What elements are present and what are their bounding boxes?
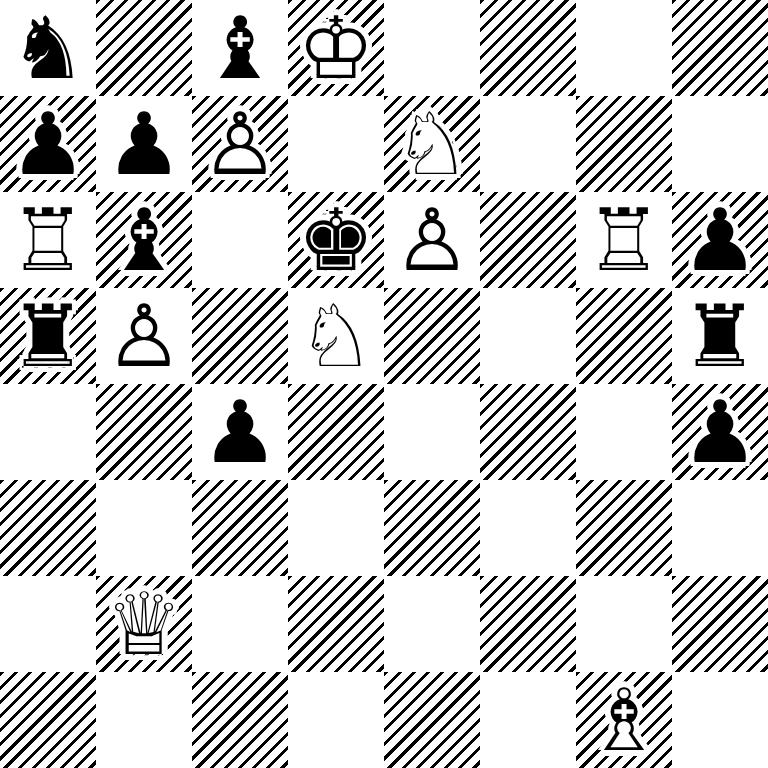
piece-glyph: ♚	[288, 192, 384, 288]
piece-glyph: ♖	[576, 192, 672, 288]
piece-glyph: ♜	[672, 288, 768, 384]
square-f7[interactable]	[480, 96, 576, 192]
square-h8[interactable]	[672, 0, 768, 96]
piece-glyph: ♜	[0, 288, 96, 384]
square-h6[interactable]: ♟♟	[672, 192, 768, 288]
square-c1[interactable]	[192, 672, 288, 768]
square-f1[interactable]	[480, 672, 576, 768]
square-e5[interactable]	[384, 288, 480, 384]
black-bishop-icon: ♝♝	[192, 0, 288, 96]
square-f2[interactable]	[480, 576, 576, 672]
piece-glyph: ♙	[384, 192, 480, 288]
square-e4[interactable]	[384, 384, 480, 480]
square-h2[interactable]	[672, 576, 768, 672]
square-g4[interactable]	[576, 384, 672, 480]
square-a6[interactable]: ♜♖	[0, 192, 96, 288]
white-pawn-icon: ♟♙	[192, 96, 288, 192]
piece-glyph: ♟	[672, 384, 768, 480]
square-f3[interactable]	[480, 480, 576, 576]
white-pawn-icon: ♟♙	[384, 192, 480, 288]
square-e2[interactable]	[384, 576, 480, 672]
square-h3[interactable]	[672, 480, 768, 576]
black-pawn-icon: ♟♟	[0, 96, 96, 192]
piece-glyph: ♟	[192, 384, 288, 480]
square-d2[interactable]	[288, 576, 384, 672]
square-a1[interactable]	[0, 672, 96, 768]
square-d4[interactable]	[288, 384, 384, 480]
piece-glyph: ♝	[96, 192, 192, 288]
square-b8[interactable]	[96, 0, 192, 96]
square-b6[interactable]: ♝♝	[96, 192, 192, 288]
square-c8[interactable]: ♝♝	[192, 0, 288, 96]
piece-glyph: ♟	[96, 96, 192, 192]
square-c6[interactable]	[192, 192, 288, 288]
square-g6[interactable]: ♜♖	[576, 192, 672, 288]
square-c3[interactable]	[192, 480, 288, 576]
black-pawn-icon: ♟♟	[192, 384, 288, 480]
square-f8[interactable]	[480, 0, 576, 96]
black-knight-icon: ♞♞	[0, 0, 96, 96]
black-rook-icon: ♜♜	[0, 288, 96, 384]
square-f5[interactable]	[480, 288, 576, 384]
square-b1[interactable]	[96, 672, 192, 768]
square-d7[interactable]	[288, 96, 384, 192]
square-a5[interactable]: ♜♜	[0, 288, 96, 384]
white-knight-icon: ♞♘	[288, 288, 384, 384]
white-king-icon: ♚♔	[288, 0, 384, 96]
square-d1[interactable]	[288, 672, 384, 768]
square-c5[interactable]	[192, 288, 288, 384]
black-bishop-icon: ♝♝	[96, 192, 192, 288]
square-g5[interactable]	[576, 288, 672, 384]
square-b2[interactable]: ♛♕	[96, 576, 192, 672]
square-f4[interactable]	[480, 384, 576, 480]
square-c4[interactable]: ♟♟	[192, 384, 288, 480]
square-d5[interactable]: ♞♘	[288, 288, 384, 384]
square-a2[interactable]	[0, 576, 96, 672]
square-c2[interactable]	[192, 576, 288, 672]
white-queen-icon: ♛♕	[96, 576, 192, 672]
square-h1[interactable]	[672, 672, 768, 768]
white-knight-icon: ♞♘	[384, 96, 480, 192]
square-e3[interactable]	[384, 480, 480, 576]
square-a8[interactable]: ♞♞	[0, 0, 96, 96]
black-pawn-icon: ♟♟	[672, 384, 768, 480]
square-e1[interactable]	[384, 672, 480, 768]
square-b3[interactable]	[96, 480, 192, 576]
square-g2[interactable]	[576, 576, 672, 672]
square-e8[interactable]	[384, 0, 480, 96]
square-g7[interactable]	[576, 96, 672, 192]
black-pawn-icon: ♟♟	[96, 96, 192, 192]
square-b7[interactable]: ♟♟	[96, 96, 192, 192]
piece-glyph: ♙	[96, 288, 192, 384]
chess-board: ♞♞♝♝♚♔♟♟♟♟♟♙♞♘♜♖♝♝♚♚♟♙♜♖♟♟♜♜♟♙♞♘♜♜♟♟♟♟♛♕…	[0, 0, 768, 768]
square-e7[interactable]: ♞♘	[384, 96, 480, 192]
square-e6[interactable]: ♟♙	[384, 192, 480, 288]
square-h4[interactable]: ♟♟	[672, 384, 768, 480]
white-bishop-icon: ♝♗	[576, 672, 672, 768]
black-pawn-icon: ♟♟	[672, 192, 768, 288]
square-a3[interactable]	[0, 480, 96, 576]
square-d6[interactable]: ♚♚	[288, 192, 384, 288]
square-g1[interactable]: ♝♗	[576, 672, 672, 768]
piece-glyph: ♘	[288, 288, 384, 384]
piece-glyph: ♙	[192, 96, 288, 192]
square-a4[interactable]	[0, 384, 96, 480]
piece-glyph: ♘	[384, 96, 480, 192]
square-d8[interactable]: ♚♔	[288, 0, 384, 96]
square-d3[interactable]	[288, 480, 384, 576]
piece-glyph: ♟	[672, 192, 768, 288]
square-a7[interactable]: ♟♟	[0, 96, 96, 192]
square-g8[interactable]	[576, 0, 672, 96]
piece-glyph: ♟	[0, 96, 96, 192]
piece-glyph: ♖	[0, 192, 96, 288]
piece-glyph: ♕	[96, 576, 192, 672]
square-f6[interactable]	[480, 192, 576, 288]
piece-glyph: ♔	[288, 0, 384, 96]
square-b4[interactable]	[96, 384, 192, 480]
black-king-icon: ♚♚	[288, 192, 384, 288]
piece-glyph: ♝	[192, 0, 288, 96]
square-h5[interactable]: ♜♜	[672, 288, 768, 384]
white-rook-icon: ♜♖	[576, 192, 672, 288]
square-b5[interactable]: ♟♙	[96, 288, 192, 384]
square-c7[interactable]: ♟♙	[192, 96, 288, 192]
white-pawn-icon: ♟♙	[96, 288, 192, 384]
square-h7[interactable]	[672, 96, 768, 192]
black-rook-icon: ♜♜	[672, 288, 768, 384]
piece-glyph: ♞	[0, 0, 96, 96]
square-g3[interactable]	[576, 480, 672, 576]
white-rook-icon: ♜♖	[0, 192, 96, 288]
piece-glyph: ♗	[576, 672, 672, 768]
